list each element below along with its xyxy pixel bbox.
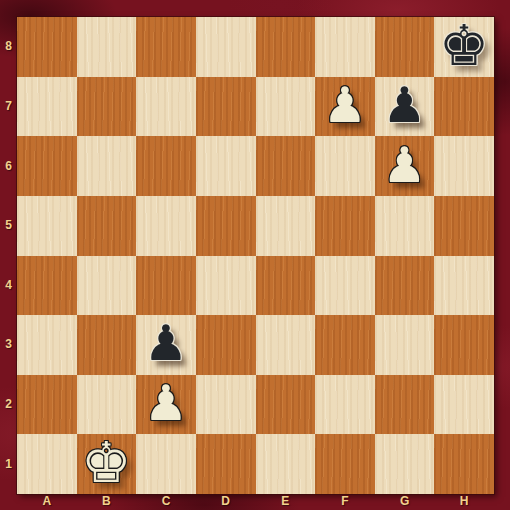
square-c2[interactable]: ♟	[136, 375, 196, 435]
rank-labels: 87654321	[0, 17, 17, 494]
square-d3[interactable]	[196, 315, 256, 375]
square-g3[interactable]	[375, 315, 435, 375]
square-g7[interactable]: ♟	[375, 77, 435, 137]
square-e8[interactable]	[256, 17, 316, 77]
board-frame: ♚♟♟♟♟♟♚ ABCDEFGH 87654321	[0, 0, 510, 510]
file-label-e: E	[256, 493, 316, 510]
square-c6[interactable]	[136, 136, 196, 196]
rank-label-7: 7	[0, 77, 17, 137]
square-d7[interactable]	[196, 77, 256, 137]
square-b2[interactable]	[77, 375, 137, 435]
rank-label-1: 1	[0, 434, 17, 494]
square-g6[interactable]: ♟	[375, 136, 435, 196]
square-c3[interactable]: ♟	[136, 315, 196, 375]
file-label-b: B	[77, 493, 137, 510]
square-b4[interactable]	[77, 256, 137, 316]
rank-label-5: 5	[0, 196, 17, 256]
file-label-f: F	[315, 493, 375, 510]
white-pawn[interactable]: ♟	[383, 141, 427, 190]
square-d5[interactable]	[196, 196, 256, 256]
square-h5[interactable]	[434, 196, 494, 256]
file-label-a: A	[17, 493, 77, 510]
square-e5[interactable]	[256, 196, 316, 256]
square-d2[interactable]	[196, 375, 256, 435]
square-e3[interactable]	[256, 315, 316, 375]
square-b8[interactable]	[77, 17, 137, 77]
square-f3[interactable]	[315, 315, 375, 375]
square-f2[interactable]	[315, 375, 375, 435]
square-b6[interactable]	[77, 136, 137, 196]
square-e4[interactable]	[256, 256, 316, 316]
file-label-g: G	[375, 493, 435, 510]
square-b7[interactable]	[77, 77, 137, 137]
square-g1[interactable]	[375, 434, 435, 494]
rank-label-8: 8	[0, 17, 17, 77]
square-h4[interactable]	[434, 256, 494, 316]
square-a1[interactable]	[17, 434, 77, 494]
square-g5[interactable]	[375, 196, 435, 256]
square-c4[interactable]	[136, 256, 196, 316]
square-a4[interactable]	[17, 256, 77, 316]
square-d4[interactable]	[196, 256, 256, 316]
square-c5[interactable]	[136, 196, 196, 256]
rank-label-6: 6	[0, 136, 17, 196]
square-a7[interactable]	[17, 77, 77, 137]
square-g2[interactable]	[375, 375, 435, 435]
square-c8[interactable]	[136, 17, 196, 77]
black-pawn[interactable]: ♟	[383, 81, 427, 130]
square-d1[interactable]	[196, 434, 256, 494]
file-labels: ABCDEFGH	[17, 493, 494, 510]
rank-label-2: 2	[0, 375, 17, 435]
square-a6[interactable]	[17, 136, 77, 196]
white-pawn[interactable]: ♟	[144, 379, 188, 428]
square-b1[interactable]: ♚	[77, 434, 137, 494]
square-e6[interactable]	[256, 136, 316, 196]
square-a5[interactable]	[17, 196, 77, 256]
square-b5[interactable]	[77, 196, 137, 256]
chess-board: ♚♟♟♟♟♟♚	[17, 17, 494, 494]
file-label-d: D	[196, 493, 256, 510]
square-f1[interactable]	[315, 434, 375, 494]
file-label-c: C	[136, 493, 196, 510]
black-king[interactable]: ♚	[439, 18, 489, 74]
square-a3[interactable]	[17, 315, 77, 375]
square-e7[interactable]	[256, 77, 316, 137]
rank-label-4: 4	[0, 256, 17, 316]
square-g8[interactable]	[375, 17, 435, 77]
white-pawn[interactable]: ♟	[323, 81, 367, 130]
square-f4[interactable]	[315, 256, 375, 316]
square-f5[interactable]	[315, 196, 375, 256]
square-h2[interactable]	[434, 375, 494, 435]
black-pawn[interactable]: ♟	[144, 319, 188, 368]
square-f8[interactable]	[315, 17, 375, 77]
white-king[interactable]: ♚	[81, 435, 131, 491]
square-h3[interactable]	[434, 315, 494, 375]
square-f7[interactable]: ♟	[315, 77, 375, 137]
square-h1[interactable]	[434, 434, 494, 494]
square-f6[interactable]	[315, 136, 375, 196]
square-d8[interactable]	[196, 17, 256, 77]
square-a2[interactable]	[17, 375, 77, 435]
file-label-h: H	[434, 493, 494, 510]
square-a8[interactable]	[17, 17, 77, 77]
square-c7[interactable]	[136, 77, 196, 137]
square-e2[interactable]	[256, 375, 316, 435]
rank-label-3: 3	[0, 315, 17, 375]
square-h7[interactable]	[434, 77, 494, 137]
square-h6[interactable]	[434, 136, 494, 196]
square-g4[interactable]	[375, 256, 435, 316]
square-c1[interactable]	[136, 434, 196, 494]
square-d6[interactable]	[196, 136, 256, 196]
square-b3[interactable]	[77, 315, 137, 375]
square-h8[interactable]: ♚	[434, 17, 494, 77]
square-e1[interactable]	[256, 434, 316, 494]
